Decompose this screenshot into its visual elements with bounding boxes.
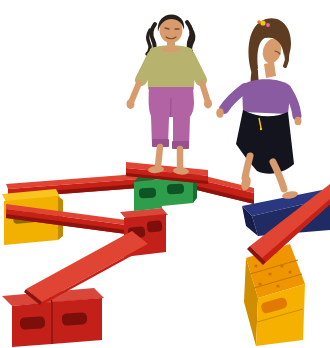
block-handle-slot [20, 316, 46, 330]
clip-bead [257, 20, 261, 24]
balance-beam-scene [0, 0, 330, 348]
girl-left-pants-crease [171, 98, 172, 117]
girl-right-leg [245, 156, 250, 178]
girl-left-hand [127, 99, 135, 109]
girl-left-calf [158, 147, 160, 166]
grip-dot [288, 270, 291, 273]
block-handle-slot [62, 312, 88, 326]
girl-left-hand [204, 99, 212, 109]
girl-right-neck [264, 62, 276, 78]
hair-ringlet [147, 30, 150, 54]
block-handle-slot [167, 183, 185, 194]
grip-dot [276, 284, 279, 287]
grip-dot [280, 264, 283, 267]
girl-right-hand [216, 108, 224, 118]
girl-left-forearm [132, 83, 139, 100]
clip-bead [266, 23, 270, 27]
girl-left [127, 14, 213, 175]
girl-left-pants [149, 87, 194, 148]
girl-right-sleeve [224, 88, 245, 109]
girl-left-neckline [162, 46, 181, 52]
girl-right-shirt [242, 79, 291, 114]
grip-dot [254, 264, 257, 267]
girl-left-forearm [202, 83, 207, 99]
clip-bead [260, 20, 265, 25]
girl-right-zipper-pull [260, 128, 262, 130]
block-handle-slot [139, 187, 157, 198]
grip-dot [268, 272, 271, 275]
girl-right-sleeve [288, 91, 297, 116]
girl-right-hand [295, 117, 302, 125]
grip-dot [258, 282, 261, 285]
girl-right [216, 18, 301, 200]
product-photo [0, 0, 330, 348]
block-handle-slot [147, 220, 163, 233]
support-block-yellow-bottom-right [244, 244, 305, 346]
